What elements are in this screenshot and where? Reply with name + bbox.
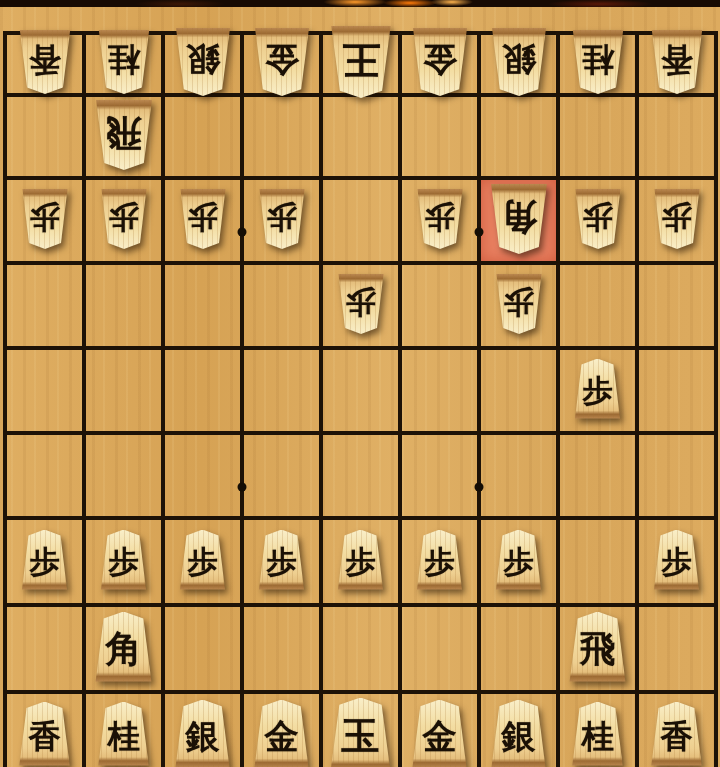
shogi-board: 香桂銀金王金銀桂香飛歩歩歩歩歩角歩歩歩歩歩歩歩歩歩歩歩歩歩角飛香桂銀金玉金銀桂香: [3, 31, 718, 767]
piece-tile: 桂: [570, 30, 626, 94]
piece-pawn-bottom[interactable]: 歩: [494, 530, 544, 590]
square-9-7[interactable]: 歩: [639, 180, 718, 265]
piece-pawn-bottom[interactable]: 歩: [20, 530, 70, 590]
square-6-1[interactable]: 金: [402, 694, 481, 767]
piece-kanji: 歩: [504, 287, 534, 317]
square-4-4[interactable]: [244, 435, 323, 520]
piece-tile: 桂: [96, 30, 152, 94]
square-3-9[interactable]: 銀: [165, 35, 244, 97]
piece-tile: 銀: [173, 700, 233, 767]
square-5-9[interactable]: 王: [323, 35, 402, 97]
piece-bishop-top[interactable]: 角: [488, 184, 550, 254]
piece-tile: 歩: [652, 530, 702, 590]
piece-kanji: 歩: [188, 547, 218, 577]
square-1-9[interactable]: 香: [7, 35, 86, 97]
square-5-3[interactable]: 歩: [323, 520, 402, 607]
piece-lance-top[interactable]: 香: [17, 30, 73, 94]
piece-pawn-top[interactable]: 歩: [178, 189, 228, 249]
square-4-3[interactable]: 歩: [244, 520, 323, 607]
square-4-8[interactable]: [244, 97, 323, 180]
piece-tile: 歩: [178, 530, 228, 590]
piece-pawn-bottom[interactable]: 歩: [415, 530, 465, 590]
square-1-5[interactable]: [7, 350, 86, 435]
background-flame-strip: [0, 0, 720, 7]
piece-tile: 歩: [494, 274, 544, 334]
piece-pawn-bottom[interactable]: 歩: [99, 530, 149, 590]
piece-kanji: 歩: [425, 547, 455, 577]
piece-pawn-bottom[interactable]: 歩: [336, 530, 386, 590]
piece-tile: 桂: [570, 702, 626, 766]
square-6-7[interactable]: 歩: [402, 180, 481, 265]
piece-kanji: 歩: [583, 376, 613, 406]
piece-kanji: 歩: [425, 202, 455, 232]
square-3-1[interactable]: 銀: [165, 694, 244, 767]
square-6-3[interactable]: 歩: [402, 520, 481, 607]
square-4-6[interactable]: [244, 265, 323, 350]
piece-king-top[interactable]: 王: [328, 26, 394, 98]
piece-tile: 香: [649, 702, 705, 766]
square-3-3[interactable]: 歩: [165, 520, 244, 607]
piece-tile: 歩: [257, 189, 307, 249]
piece-kanji: 香: [29, 720, 61, 752]
piece-pawn-bottom[interactable]: 歩: [178, 530, 228, 590]
square-3-8[interactable]: [165, 97, 244, 180]
square-8-5[interactable]: 歩: [560, 350, 639, 435]
square-4-9[interactable]: 金: [244, 35, 323, 97]
piece-tile: 銀: [173, 28, 233, 96]
piece-tile: 角: [488, 184, 550, 254]
piece-pawn-top[interactable]: 歩: [336, 274, 386, 334]
star-point: [238, 228, 247, 237]
square-7-8[interactable]: [481, 97, 560, 180]
piece-kanji: 歩: [30, 547, 60, 577]
piece-silver-bottom[interactable]: 銀: [173, 700, 233, 767]
piece-tile: 歩: [494, 530, 544, 590]
piece-tile: 歩: [573, 359, 623, 419]
piece-tile: 歩: [20, 530, 70, 590]
piece-tile: 銀: [489, 700, 549, 767]
square-5-5[interactable]: [323, 350, 402, 435]
piece-tile: 金: [410, 700, 470, 767]
piece-tile: 歩: [415, 189, 465, 249]
square-5-6[interactable]: 歩: [323, 265, 402, 350]
square-2-2[interactable]: 角: [86, 607, 165, 694]
piece-knight-bottom[interactable]: 桂: [570, 702, 626, 766]
square-7-9[interactable]: 銀: [481, 35, 560, 97]
square-1-7[interactable]: 歩: [7, 180, 86, 265]
piece-kanji: 歩: [109, 202, 139, 232]
piece-tile: 歩: [257, 530, 307, 590]
shogi-app-screen: 香桂銀金王金銀桂香飛歩歩歩歩歩角歩歩歩歩歩歩歩歩歩歩歩歩歩角飛香桂銀金玉金銀桂香: [0, 0, 720, 767]
square-5-4[interactable]: [323, 435, 402, 520]
square-4-7[interactable]: 歩: [244, 180, 323, 265]
piece-kanji: 香: [29, 44, 61, 76]
piece-pawn-top[interactable]: 歩: [257, 189, 307, 249]
square-8-7[interactable]: 歩: [560, 180, 639, 265]
square-7-7[interactable]: 角: [481, 180, 560, 265]
piece-silver-top[interactable]: 銀: [489, 28, 549, 96]
square-3-7[interactable]: 歩: [165, 180, 244, 265]
square-8-3[interactable]: [560, 520, 639, 607]
piece-kanji: 銀: [186, 719, 220, 753]
piece-tile: 角: [93, 612, 155, 682]
piece-rook-top[interactable]: 飛: [93, 100, 155, 170]
square-1-3[interactable]: 歩: [7, 520, 86, 607]
piece-kanji: 桂: [108, 44, 140, 76]
piece-kanji: 歩: [267, 547, 297, 577]
piece-kanji: 歩: [188, 202, 218, 232]
piece-kanji: 桂: [582, 720, 614, 752]
square-9-5[interactable]: [639, 350, 718, 435]
square-7-4[interactable]: [481, 435, 560, 520]
piece-pawn-top[interactable]: 歩: [415, 189, 465, 249]
square-4-2[interactable]: [244, 607, 323, 694]
square-2-4[interactable]: [86, 435, 165, 520]
piece-kanji: 飛: [580, 631, 616, 667]
square-6-2[interactable]: [402, 607, 481, 694]
square-8-1[interactable]: 桂: [560, 694, 639, 767]
piece-pawn-bottom[interactable]: 歩: [257, 530, 307, 590]
star-point: [475, 228, 484, 237]
square-8-9[interactable]: 桂: [560, 35, 639, 97]
square-2-8[interactable]: 飛: [86, 97, 165, 180]
piece-kanji: 歩: [662, 202, 692, 232]
piece-tile: 金: [252, 28, 312, 96]
piece-gold-bottom[interactable]: 金: [410, 700, 470, 767]
piece-knight-top[interactable]: 桂: [96, 30, 152, 94]
piece-tile: 歩: [415, 530, 465, 590]
piece-bishop-bottom[interactable]: 角: [93, 612, 155, 682]
square-5-7[interactable]: [323, 180, 402, 265]
piece-tile: 歩: [336, 274, 386, 334]
piece-kanji: 香: [661, 720, 693, 752]
piece-pawn-top[interactable]: 歩: [494, 274, 544, 334]
piece-kanji: 歩: [109, 547, 139, 577]
square-7-1[interactable]: 銀: [481, 694, 560, 767]
square-7-6[interactable]: 歩: [481, 265, 560, 350]
piece-tile: 香: [17, 30, 73, 94]
piece-kanji: 角: [106, 631, 142, 667]
square-7-2[interactable]: [481, 607, 560, 694]
piece-kanji: 金: [423, 719, 457, 753]
piece-tile: 香: [17, 702, 73, 766]
piece-tile: 歩: [336, 530, 386, 590]
square-3-6[interactable]: [165, 265, 244, 350]
piece-kanji: 桂: [582, 44, 614, 76]
square-9-1[interactable]: 香: [639, 694, 718, 767]
piece-gold-top[interactable]: 金: [410, 28, 470, 96]
piece-gold-bottom[interactable]: 金: [252, 700, 312, 767]
piece-kanji: 金: [265, 719, 299, 753]
piece-kanji: 歩: [267, 202, 297, 232]
square-2-1[interactable]: 桂: [86, 694, 165, 767]
piece-kanji: 香: [661, 44, 693, 76]
piece-kanji: 銀: [186, 43, 220, 77]
piece-kanji: 歩: [346, 287, 376, 317]
square-1-1[interactable]: 香: [7, 694, 86, 767]
square-9-9[interactable]: 香: [639, 35, 718, 97]
square-8-2[interactable]: 飛: [560, 607, 639, 694]
piece-kanji: 角: [501, 199, 537, 235]
piece-lance-top[interactable]: 香: [649, 30, 705, 94]
square-2-7[interactable]: 歩: [86, 180, 165, 265]
piece-tile: 王: [328, 26, 394, 98]
square-7-3[interactable]: 歩: [481, 520, 560, 607]
piece-tile: 金: [252, 700, 312, 767]
piece-knight-bottom[interactable]: 桂: [96, 702, 152, 766]
square-5-1[interactable]: 玉: [323, 694, 402, 767]
square-3-5[interactable]: [165, 350, 244, 435]
piece-kanji: 玉: [342, 717, 380, 755]
square-3-4[interactable]: [165, 435, 244, 520]
piece-kanji: 王: [342, 41, 380, 79]
piece-tile: 玉: [328, 698, 394, 767]
square-1-4[interactable]: [7, 435, 86, 520]
square-2-5[interactable]: [86, 350, 165, 435]
square-2-6[interactable]: [86, 265, 165, 350]
square-8-6[interactable]: [560, 265, 639, 350]
piece-tile: 銀: [489, 28, 549, 96]
piece-lance-bottom[interactable]: 香: [17, 702, 73, 766]
piece-tile: 歩: [178, 189, 228, 249]
square-4-1[interactable]: 金: [244, 694, 323, 767]
square-6-9[interactable]: 金: [402, 35, 481, 97]
piece-silver-bottom[interactable]: 銀: [489, 700, 549, 767]
piece-knight-top[interactable]: 桂: [570, 30, 626, 94]
star-point: [238, 483, 247, 492]
piece-tile: 歩: [573, 189, 623, 249]
piece-lance-bottom[interactable]: 香: [649, 702, 705, 766]
square-4-5[interactable]: [244, 350, 323, 435]
square-6-8[interactable]: [402, 97, 481, 180]
piece-tile: 飛: [567, 612, 629, 682]
square-9-6[interactable]: [639, 265, 718, 350]
piece-kanji: 銀: [502, 719, 536, 753]
piece-tile: 歩: [20, 189, 70, 249]
star-point: [475, 483, 484, 492]
piece-pawn-bottom[interactable]: 歩: [573, 359, 623, 419]
piece-kanji: 桂: [108, 720, 140, 752]
square-8-8[interactable]: [560, 97, 639, 180]
square-9-4[interactable]: [639, 435, 718, 520]
piece-kanji: 歩: [662, 547, 692, 577]
piece-rook-bottom[interactable]: 飛: [567, 612, 629, 682]
piece-tile: 歩: [99, 189, 149, 249]
piece-tile: 金: [410, 28, 470, 96]
square-1-6[interactable]: [7, 265, 86, 350]
square-2-9[interactable]: 桂: [86, 35, 165, 97]
piece-kanji: 銀: [502, 43, 536, 77]
piece-pawn-top[interactable]: 歩: [99, 189, 149, 249]
square-1-8[interactable]: [7, 97, 86, 180]
piece-tile: 歩: [99, 530, 149, 590]
square-6-4[interactable]: [402, 435, 481, 520]
piece-tile: 歩: [652, 189, 702, 249]
square-9-8[interactable]: [639, 97, 718, 180]
square-9-3[interactable]: 歩: [639, 520, 718, 607]
square-5-8[interactable]: [323, 97, 402, 180]
square-8-4[interactable]: [560, 435, 639, 520]
piece-pawn-top[interactable]: 歩: [573, 189, 623, 249]
piece-pawn-top[interactable]: 歩: [20, 189, 70, 249]
piece-kanji: 歩: [30, 202, 60, 232]
square-2-3[interactable]: 歩: [86, 520, 165, 607]
square-6-5[interactable]: [402, 350, 481, 435]
piece-gold-top[interactable]: 金: [252, 28, 312, 96]
piece-kanji: 飛: [106, 115, 142, 151]
square-7-5[interactable]: [481, 350, 560, 435]
piece-pawn-top[interactable]: 歩: [652, 189, 702, 249]
square-9-2[interactable]: [639, 607, 718, 694]
piece-kanji: 歩: [346, 547, 376, 577]
square-1-2[interactable]: [7, 607, 86, 694]
piece-tile: 桂: [96, 702, 152, 766]
piece-tile: 香: [649, 30, 705, 94]
piece-kanji: 歩: [504, 547, 534, 577]
piece-kanji: 金: [423, 43, 457, 77]
piece-tile: 飛: [93, 100, 155, 170]
piece-pawn-bottom[interactable]: 歩: [652, 530, 702, 590]
square-6-6[interactable]: [402, 265, 481, 350]
piece-silver-top[interactable]: 銀: [173, 28, 233, 96]
piece-kanji: 歩: [583, 202, 613, 232]
piece-kanji: 金: [265, 43, 299, 77]
square-5-2[interactable]: [323, 607, 402, 694]
square-3-2[interactable]: [165, 607, 244, 694]
piece-king-bottom[interactable]: 玉: [328, 698, 394, 767]
